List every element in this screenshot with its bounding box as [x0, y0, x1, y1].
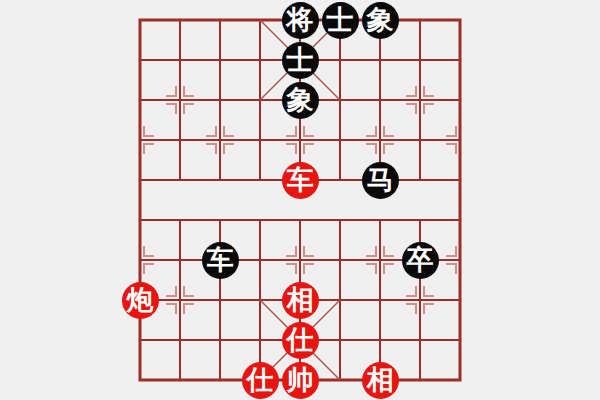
piece-black-pawn[interactable]: 卒 [402, 242, 439, 279]
piece-black-chariot[interactable]: 车 [202, 242, 239, 279]
xiangqi-board: 将士象士象车马车卒炮相仕仕帅相 [0, 0, 600, 400]
piece-black-advisor[interactable]: 士 [322, 2, 359, 39]
piece-black-elephant[interactable]: 象 [282, 82, 319, 119]
piece-red-general[interactable]: 帅 [282, 362, 319, 399]
piece-red-cannon[interactable]: 炮 [122, 282, 159, 319]
piece-red-advisor[interactable]: 仕 [242, 362, 279, 399]
piece-black-elephant[interactable]: 象 [362, 2, 399, 39]
piece-red-chariot[interactable]: 车 [282, 162, 319, 199]
board-pieces-grid: 将士象士象车马车卒炮相仕仕帅相 [120, 0, 480, 400]
piece-red-elephant[interactable]: 相 [282, 282, 319, 319]
piece-black-general[interactable]: 将 [282, 2, 319, 39]
piece-red-advisor[interactable]: 仕 [282, 322, 319, 359]
piece-black-advisor[interactable]: 士 [282, 42, 319, 79]
piece-red-elephant[interactable]: 相 [362, 362, 399, 399]
piece-black-horse[interactable]: 马 [362, 162, 399, 199]
